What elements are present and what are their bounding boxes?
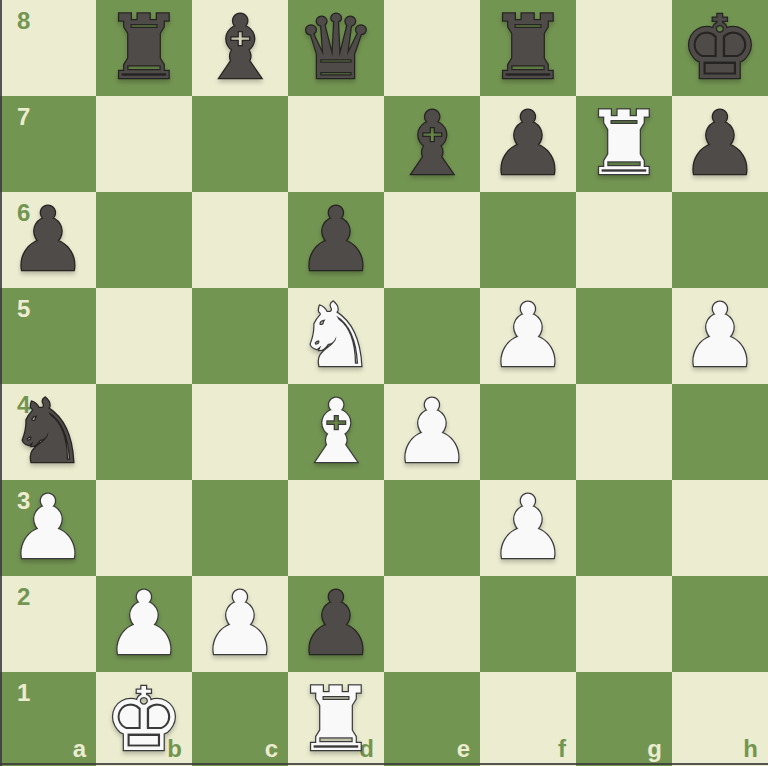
square-g5[interactable]: [576, 288, 672, 384]
black-pawn[interactable]: ♟: [297, 576, 376, 672]
rank-label-2: 2: [17, 583, 30, 611]
square-b3[interactable]: [96, 480, 192, 576]
file-label-a: a: [73, 735, 86, 763]
black-pawn[interactable]: ♟: [297, 192, 376, 288]
square-g2[interactable]: [576, 576, 672, 672]
white-pawn[interactable]: ♟: [489, 288, 568, 384]
square-d4[interactable]: ♝: [288, 384, 384, 480]
white-pawn[interactable]: ♟: [201, 576, 280, 672]
file-label-g: g: [647, 735, 662, 763]
square-c3[interactable]: [192, 480, 288, 576]
black-bishop[interactable]: ♝: [393, 96, 472, 192]
square-f3[interactable]: ♟: [480, 480, 576, 576]
square-g7[interactable]: ♜: [576, 96, 672, 192]
square-a6[interactable]: 6♟: [0, 192, 96, 288]
square-f8[interactable]: ♜: [480, 0, 576, 96]
square-b2[interactable]: ♟: [96, 576, 192, 672]
square-b6[interactable]: [96, 192, 192, 288]
square-c2[interactable]: ♟: [192, 576, 288, 672]
white-pawn[interactable]: ♟: [9, 480, 88, 576]
square-d5[interactable]: ♞: [288, 288, 384, 384]
black-rook[interactable]: ♜: [105, 0, 184, 96]
black-rook[interactable]: ♜: [489, 0, 568, 96]
square-b4[interactable]: [96, 384, 192, 480]
square-f4[interactable]: [480, 384, 576, 480]
square-a8[interactable]: 8: [0, 0, 96, 96]
square-g6[interactable]: [576, 192, 672, 288]
square-h3[interactable]: [672, 480, 768, 576]
square-c7[interactable]: [192, 96, 288, 192]
square-d1[interactable]: d♜: [288, 672, 384, 766]
square-d7[interactable]: [288, 96, 384, 192]
file-label-c: c: [265, 735, 278, 763]
rank-label-8: 8: [17, 7, 30, 35]
white-bishop[interactable]: ♝: [297, 384, 376, 480]
square-e5[interactable]: [384, 288, 480, 384]
rank-label-1: 1: [17, 679, 30, 707]
square-a7[interactable]: 7: [0, 96, 96, 192]
square-d6[interactable]: ♟: [288, 192, 384, 288]
square-c4[interactable]: [192, 384, 288, 480]
square-c1[interactable]: c: [192, 672, 288, 766]
square-f2[interactable]: [480, 576, 576, 672]
square-a2[interactable]: 2: [0, 576, 96, 672]
white-pawn[interactable]: ♟: [681, 288, 760, 384]
square-h8[interactable]: ♚: [672, 0, 768, 96]
square-h5[interactable]: ♟: [672, 288, 768, 384]
square-f6[interactable]: [480, 192, 576, 288]
square-d8[interactable]: ♛: [288, 0, 384, 96]
square-e3[interactable]: [384, 480, 480, 576]
black-pawn[interactable]: ♟: [9, 192, 88, 288]
board-left-edge: [0, 0, 2, 766]
file-label-h: h: [743, 735, 758, 763]
black-bishop[interactable]: ♝: [201, 0, 280, 96]
file-label-f: f: [558, 735, 566, 763]
square-c6[interactable]: [192, 192, 288, 288]
square-f5[interactable]: ♟: [480, 288, 576, 384]
white-pawn[interactable]: ♟: [489, 480, 568, 576]
square-e4[interactable]: ♟: [384, 384, 480, 480]
square-h6[interactable]: [672, 192, 768, 288]
square-a4[interactable]: 4♞: [0, 384, 96, 480]
square-f1[interactable]: f: [480, 672, 576, 766]
square-e8[interactable]: [384, 0, 480, 96]
square-c8[interactable]: ♝: [192, 0, 288, 96]
square-g1[interactable]: g: [576, 672, 672, 766]
black-pawn[interactable]: ♟: [489, 96, 568, 192]
square-h1[interactable]: h: [672, 672, 768, 766]
rank-label-7: 7: [17, 103, 30, 131]
square-a5[interactable]: 5: [0, 288, 96, 384]
square-b8[interactable]: ♜: [96, 0, 192, 96]
square-f7[interactable]: ♟: [480, 96, 576, 192]
square-h2[interactable]: [672, 576, 768, 672]
square-g3[interactable]: [576, 480, 672, 576]
square-e2[interactable]: [384, 576, 480, 672]
white-rook[interactable]: ♜: [297, 672, 376, 766]
square-g8[interactable]: [576, 0, 672, 96]
square-g4[interactable]: [576, 384, 672, 480]
square-d3[interactable]: [288, 480, 384, 576]
chess-board: 8♜♝♛♜♚7♝♟♜♟6♟♟5♞♟♟4♞♝♟3♟♟2♟♟♟1ab♚cd♜efgh: [0, 0, 768, 766]
black-knight[interactable]: ♞: [9, 384, 88, 480]
white-knight[interactable]: ♞: [297, 288, 376, 384]
rank-label-5: 5: [17, 295, 30, 323]
black-pawn[interactable]: ♟: [681, 96, 760, 192]
square-b5[interactable]: [96, 288, 192, 384]
white-rook[interactable]: ♜: [585, 96, 664, 192]
square-b7[interactable]: [96, 96, 192, 192]
square-e7[interactable]: ♝: [384, 96, 480, 192]
square-e6[interactable]: [384, 192, 480, 288]
black-king[interactable]: ♚: [681, 0, 760, 96]
square-c5[interactable]: [192, 288, 288, 384]
board-bottom-edge: [0, 763, 768, 765]
white-king[interactable]: ♚: [105, 672, 184, 766]
file-label-e: e: [457, 735, 470, 763]
square-b1[interactable]: b♚: [96, 672, 192, 766]
square-h7[interactable]: ♟: [672, 96, 768, 192]
square-e1[interactable]: e: [384, 672, 480, 766]
square-a1[interactable]: 1a: [0, 672, 96, 766]
white-pawn[interactable]: ♟: [393, 384, 472, 480]
black-queen[interactable]: ♛: [297, 0, 376, 96]
square-h4[interactable]: [672, 384, 768, 480]
square-a3[interactable]: 3♟: [0, 480, 96, 576]
white-pawn[interactable]: ♟: [105, 576, 184, 672]
square-d2[interactable]: ♟: [288, 576, 384, 672]
